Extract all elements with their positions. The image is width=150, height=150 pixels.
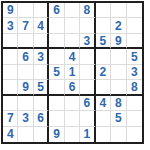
cell-r8c4[interactable]	[49, 111, 64, 126]
cell-r1c7[interactable]	[96, 3, 111, 18]
cell-r3c7[interactable]: 5	[96, 34, 111, 49]
cell-r1c3[interactable]	[34, 3, 49, 18]
cell-r9c5[interactable]	[65, 127, 80, 142]
cell-r3c5[interactable]	[65, 34, 80, 49]
cell-r5c3[interactable]	[34, 65, 49, 80]
cell-r8c6[interactable]	[80, 111, 95, 126]
cell-r5c4[interactable]: 5	[49, 65, 64, 80]
cell-r7c2[interactable]	[18, 96, 33, 111]
cell-r4c9[interactable]: 5	[127, 49, 142, 64]
cell-r6c5[interactable]: 6	[65, 80, 80, 95]
cell-r1c4[interactable]: 6	[49, 3, 64, 18]
cell-r3c1[interactable]	[3, 34, 18, 49]
cell-r7c5[interactable]	[65, 96, 80, 111]
cell-r4c4[interactable]	[49, 49, 64, 64]
cell-r2c4[interactable]	[49, 18, 64, 33]
cell-r1c5[interactable]	[65, 3, 80, 18]
cell-r6c2[interactable]: 9	[18, 80, 33, 95]
cell-r8c3[interactable]: 6	[34, 111, 49, 126]
cell-r8c2[interactable]: 3	[18, 111, 33, 126]
cell-r5c1[interactable]	[3, 65, 18, 80]
cell-r2c9[interactable]	[127, 18, 142, 33]
cell-r6c7[interactable]	[96, 80, 111, 95]
cell-r1c6[interactable]: 8	[80, 3, 95, 18]
cell-r1c9[interactable]	[127, 3, 142, 18]
cell-r2c6[interactable]	[80, 18, 95, 33]
cell-r6c8[interactable]	[111, 80, 126, 95]
cell-r1c1[interactable]: 9	[3, 3, 18, 18]
cell-r7c8[interactable]: 8	[111, 96, 126, 111]
cell-r3c8[interactable]: 9	[111, 34, 126, 49]
cell-r7c6[interactable]: 6	[80, 96, 95, 111]
cell-r2c1[interactable]: 3	[3, 18, 18, 33]
cell-r4c2[interactable]: 6	[18, 49, 33, 64]
cell-r4c1[interactable]	[3, 49, 18, 64]
cell-r2c8[interactable]: 2	[111, 18, 126, 33]
cell-r7c7[interactable]: 4	[96, 96, 111, 111]
cell-r9c2[interactable]	[18, 127, 33, 142]
sudoku-board: 96837423596345512395686487365491	[1, 1, 144, 144]
cell-r4c3[interactable]: 3	[34, 49, 49, 64]
cell-r3c9[interactable]	[127, 34, 142, 49]
cell-r3c3[interactable]	[34, 34, 49, 49]
cell-r6c1[interactable]	[3, 80, 18, 95]
cell-r1c8[interactable]	[111, 3, 126, 18]
cell-r3c6[interactable]: 3	[80, 34, 95, 49]
cell-r7c3[interactable]	[34, 96, 49, 111]
cell-r9c8[interactable]	[111, 127, 126, 142]
cell-r9c3[interactable]	[34, 127, 49, 142]
cell-r6c6[interactable]	[80, 80, 95, 95]
cell-r7c4[interactable]	[49, 96, 64, 111]
cell-r4c5[interactable]: 4	[65, 49, 80, 64]
cell-r7c9[interactable]	[127, 96, 142, 111]
cell-r8c8[interactable]: 5	[111, 111, 126, 126]
cell-r8c1[interactable]: 7	[3, 111, 18, 126]
cell-r1c2[interactable]	[18, 3, 33, 18]
cell-r9c6[interactable]: 1	[80, 127, 95, 142]
cell-r2c5[interactable]	[65, 18, 80, 33]
cell-r3c4[interactable]	[49, 34, 64, 49]
cell-r6c4[interactable]	[49, 80, 64, 95]
cell-r3c2[interactable]	[18, 34, 33, 49]
cell-r8c9[interactable]	[127, 111, 142, 126]
cell-r5c9[interactable]: 3	[127, 65, 142, 80]
cell-r2c7[interactable]	[96, 18, 111, 33]
cell-r7c1[interactable]	[3, 96, 18, 111]
cell-r6c9[interactable]: 8	[127, 80, 142, 95]
cell-r8c7[interactable]	[96, 111, 111, 126]
cell-r5c7[interactable]: 2	[96, 65, 111, 80]
cell-r5c6[interactable]	[80, 65, 95, 80]
cell-r4c8[interactable]	[111, 49, 126, 64]
cell-r9c1[interactable]: 4	[3, 127, 18, 142]
cell-r6c3[interactable]: 5	[34, 80, 49, 95]
cell-r5c2[interactable]	[18, 65, 33, 80]
cell-r9c7[interactable]	[96, 127, 111, 142]
cell-r9c4[interactable]: 9	[49, 127, 64, 142]
cell-r2c3[interactable]: 4	[34, 18, 49, 33]
cell-r8c5[interactable]	[65, 111, 80, 126]
cell-r9c9[interactable]	[127, 127, 142, 142]
cell-r2c2[interactable]: 7	[18, 18, 33, 33]
cell-r5c5[interactable]: 1	[65, 65, 80, 80]
cell-r5c8[interactable]	[111, 65, 126, 80]
cell-r4c6[interactable]	[80, 49, 95, 64]
cell-r4c7[interactable]	[96, 49, 111, 64]
